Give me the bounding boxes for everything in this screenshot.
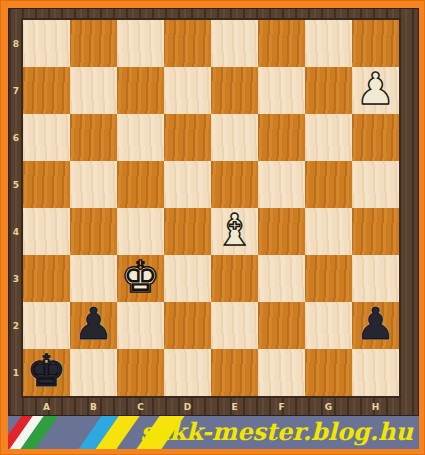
square-h2[interactable]: ♟ [352, 302, 399, 349]
square-b2[interactable]: ♟ [70, 302, 117, 349]
square-d4[interactable] [164, 208, 211, 255]
square-a4[interactable] [23, 208, 70, 255]
square-f4[interactable] [258, 208, 305, 255]
square-b7[interactable] [70, 67, 117, 114]
square-c4[interactable] [117, 208, 164, 255]
banner-url-text: sakk-mester.blog.hu [140, 417, 413, 446]
file-label-h: H [352, 396, 399, 417]
file-label-g: G [305, 396, 352, 417]
square-a3[interactable] [23, 255, 70, 302]
piece-white-bishop: ♝ [215, 208, 254, 252]
square-d8[interactable] [164, 20, 211, 67]
square-e5[interactable] [211, 161, 258, 208]
rank-label-5: 5 [9, 161, 23, 208]
square-b8[interactable] [70, 20, 117, 67]
file-label-b: B [70, 396, 117, 417]
square-f6[interactable] [258, 114, 305, 161]
page-background: 87654321 ♟♝♚♟♟♚ ABCDEFGH sakk-mester.blo… [0, 0, 425, 455]
square-d3[interactable] [164, 255, 211, 302]
square-h3[interactable] [352, 255, 399, 302]
square-a1[interactable]: ♚ [23, 349, 70, 396]
rank-label-2: 2 [9, 302, 23, 349]
square-d5[interactable] [164, 161, 211, 208]
rank-label-1: 1 [9, 349, 23, 396]
square-b3[interactable] [70, 255, 117, 302]
file-label-e: E [211, 396, 258, 417]
square-f8[interactable] [258, 20, 305, 67]
square-d7[interactable] [164, 67, 211, 114]
square-c2[interactable] [117, 302, 164, 349]
file-label-c: C [117, 396, 164, 417]
piece-white-king: ♚ [121, 255, 160, 299]
piece-black-king: ♚ [27, 349, 66, 393]
chess-board: ♟♝♚♟♟♚ [23, 20, 399, 396]
piece-black-pawn: ♟ [356, 302, 395, 346]
square-d6[interactable] [164, 114, 211, 161]
square-e7[interactable] [211, 67, 258, 114]
square-g6[interactable] [305, 114, 352, 161]
footer-banner: sakk-mester.blog.hu [8, 416, 419, 449]
square-g2[interactable] [305, 302, 352, 349]
square-h1[interactable] [352, 349, 399, 396]
piece-white-pawn: ♟ [356, 67, 395, 111]
square-c3[interactable]: ♚ [117, 255, 164, 302]
square-g3[interactable] [305, 255, 352, 302]
square-c5[interactable] [117, 161, 164, 208]
square-b1[interactable] [70, 349, 117, 396]
square-a5[interactable] [23, 161, 70, 208]
square-g4[interactable] [305, 208, 352, 255]
square-a2[interactable] [23, 302, 70, 349]
square-g8[interactable] [305, 20, 352, 67]
square-e4[interactable]: ♝ [211, 208, 258, 255]
square-h7[interactable]: ♟ [352, 67, 399, 114]
square-c7[interactable] [117, 67, 164, 114]
square-f2[interactable] [258, 302, 305, 349]
rank-labels: 87654321 [9, 20, 23, 396]
square-e6[interactable] [211, 114, 258, 161]
square-e1[interactable] [211, 349, 258, 396]
square-f1[interactable] [258, 349, 305, 396]
square-f5[interactable] [258, 161, 305, 208]
file-label-a: A [23, 396, 70, 417]
piece-black-pawn: ♟ [74, 302, 113, 346]
square-h8[interactable] [352, 20, 399, 67]
square-b5[interactable] [70, 161, 117, 208]
square-e3[interactable] [211, 255, 258, 302]
square-c1[interactable] [117, 349, 164, 396]
square-d1[interactable] [164, 349, 211, 396]
square-g1[interactable] [305, 349, 352, 396]
square-h4[interactable] [352, 208, 399, 255]
square-e2[interactable] [211, 302, 258, 349]
rank-label-6: 6 [9, 114, 23, 161]
square-a7[interactable] [23, 67, 70, 114]
rank-label-4: 4 [9, 208, 23, 255]
square-c6[interactable] [117, 114, 164, 161]
square-h5[interactable] [352, 161, 399, 208]
rank-label-7: 7 [9, 67, 23, 114]
square-c8[interactable] [117, 20, 164, 67]
square-d2[interactable] [164, 302, 211, 349]
rank-label-8: 8 [9, 20, 23, 67]
square-h6[interactable] [352, 114, 399, 161]
square-f7[interactable] [258, 67, 305, 114]
square-b4[interactable] [70, 208, 117, 255]
file-label-d: D [164, 396, 211, 417]
square-g7[interactable] [305, 67, 352, 114]
file-labels: ABCDEFGH [23, 396, 399, 417]
square-e8[interactable] [211, 20, 258, 67]
file-label-f: F [258, 396, 305, 417]
square-a8[interactable] [23, 20, 70, 67]
square-b6[interactable] [70, 114, 117, 161]
board-frame: 87654321 ♟♝♚♟♟♚ ABCDEFGH [8, 8, 419, 416]
square-a6[interactable] [23, 114, 70, 161]
rank-label-3: 3 [9, 255, 23, 302]
square-f3[interactable] [258, 255, 305, 302]
square-g5[interactable] [305, 161, 352, 208]
